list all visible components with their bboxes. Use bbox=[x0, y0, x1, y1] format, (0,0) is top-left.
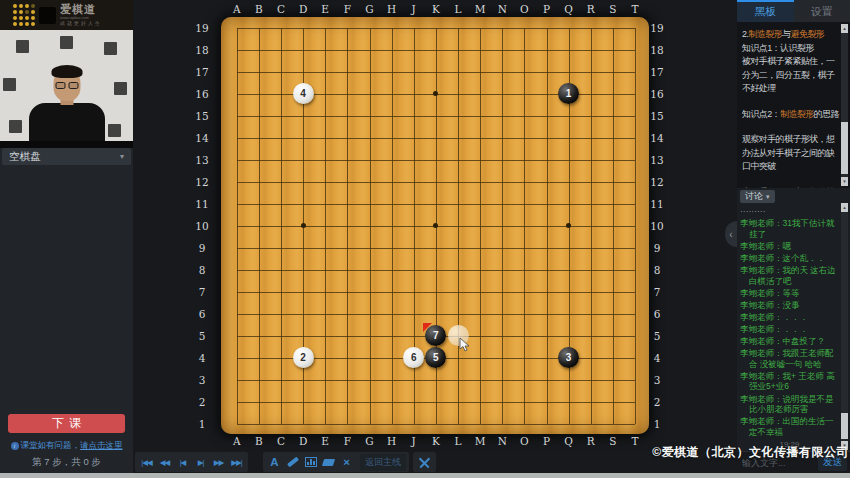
coord-number-right: 8 bbox=[648, 264, 666, 276]
coord-number-right: 6 bbox=[648, 308, 666, 320]
window-bottom-edge bbox=[0, 473, 850, 478]
grid-line bbox=[547, 28, 548, 424]
coord-number-right: 15 bbox=[648, 110, 666, 122]
coord-number-right: 19 bbox=[648, 22, 666, 34]
coord-number-right: 12 bbox=[648, 176, 666, 188]
help-link-prefix: 课堂如有问题， bbox=[21, 440, 81, 450]
chat-message: 李翊老师：我的天 这右边白棋活了吧 bbox=[740, 265, 839, 286]
step-back-button[interactable]: |◀ bbox=[174, 453, 191, 471]
scroll-up-icon[interactable]: ▲ bbox=[841, 24, 848, 33]
chat-message: 李翊老师：．．． bbox=[740, 324, 839, 335]
coord-number-right: 2 bbox=[648, 396, 666, 408]
coord-letter-bottom: D bbox=[294, 435, 312, 447]
coord-letter-top: C bbox=[272, 3, 290, 15]
note-line: 知识点2：制造裂形的思路 bbox=[742, 108, 839, 122]
grid-line bbox=[458, 28, 459, 424]
discussion-dropdown[interactable]: 讨论 ▾ bbox=[740, 190, 775, 203]
coord-letter-bottom: M bbox=[471, 435, 489, 447]
teacher-figure bbox=[29, 103, 105, 141]
right-sidebar: 黑板 设置 2.制造裂形与避免裂形知识点1：认识裂形被对手棋子紧紧贴住，一分为二… bbox=[737, 0, 850, 473]
pen-tool-button[interactable] bbox=[284, 453, 301, 471]
coord-number-left: 17 bbox=[193, 66, 211, 78]
scene-select-dropdown[interactable]: 空棋盘 ▾ bbox=[2, 148, 131, 165]
scroll-up-icon[interactable]: ▲ bbox=[841, 203, 848, 212]
coord-number-left: 18 bbox=[193, 44, 211, 56]
coord-number-left: 3 bbox=[193, 374, 211, 386]
coord-letter-top: N bbox=[493, 3, 511, 15]
end-class-button[interactable]: 下课 bbox=[8, 414, 125, 433]
info-icon: i bbox=[11, 442, 19, 450]
coord-letter-top: G bbox=[361, 3, 379, 15]
eraser-tool-button-icon bbox=[322, 459, 335, 466]
text-tool-button[interactable]: A bbox=[266, 453, 283, 471]
coord-letter-top: S bbox=[604, 3, 622, 15]
chevron-down-icon: ▾ bbox=[766, 193, 770, 201]
left-sidebar: 爱棋道 www.iqidao.com 成就更好人生 空棋盘 ▾ 下 bbox=[0, 0, 133, 473]
delete-tool-button[interactable]: × bbox=[338, 453, 355, 471]
backdrop-pattern bbox=[104, 42, 117, 55]
stone-number: 2 bbox=[300, 352, 306, 363]
chat-message-list: ·········李翊老师：31我下估计就挂了李翊老师：嗯李翊老师：这个乱．．李… bbox=[737, 201, 850, 451]
note-line: 常用手段有：冲、打吃等 bbox=[742, 186, 839, 189]
chat-message: 李翊老师：等等 bbox=[740, 288, 839, 299]
chat-message: 李翊老师：出国的生活一定不幸福 bbox=[740, 416, 839, 437]
grid-line bbox=[237, 380, 635, 381]
backdrop-pattern bbox=[16, 40, 29, 53]
notes-scrollbar[interactable]: ▲ ▼ bbox=[841, 24, 848, 186]
stone-Q16[interactable]: 1 bbox=[558, 83, 579, 104]
note-line: 知识点1：认识裂形 bbox=[742, 42, 839, 56]
coord-number-right: 5 bbox=[648, 330, 666, 342]
coord-number-right: 17 bbox=[648, 66, 666, 78]
stone-number: 7 bbox=[433, 330, 439, 341]
coord-letter-bottom: G bbox=[361, 435, 379, 447]
teacher-hair bbox=[51, 65, 82, 78]
coord-letter-top: E bbox=[316, 3, 334, 15]
fast-forward-button[interactable]: ▶▶ bbox=[210, 453, 227, 471]
note-line: 被对手棋子紧紧贴住，一分为二，四分五裂，棋子不好处理 bbox=[742, 55, 839, 96]
coord-number-left: 14 bbox=[193, 132, 211, 144]
backdrop-pattern bbox=[60, 36, 73, 49]
coord-number-left: 2 bbox=[193, 396, 211, 408]
chart-tool-button[interactable] bbox=[302, 453, 319, 471]
coord-number-right: 10 bbox=[648, 220, 666, 232]
eraser-tool-button[interactable] bbox=[320, 453, 337, 471]
stone-K5[interactable]: 7 bbox=[425, 325, 446, 346]
playback-controls: |◀◀◀◀|◀▶|▶▶▶▶| bbox=[135, 452, 248, 472]
grid-line bbox=[613, 28, 614, 424]
coord-letter-top: J bbox=[405, 3, 423, 15]
coord-number-right: 4 bbox=[648, 352, 666, 364]
star-point bbox=[301, 223, 306, 228]
coord-number-left: 5 bbox=[193, 330, 211, 342]
coord-number-left: 4 bbox=[193, 352, 211, 364]
board-panel: AA1919BB1818CC1717DD1616EE1515FF1414GG13… bbox=[133, 0, 737, 473]
lesson-notes: 2.制造裂形与避免裂形知识点1：认识裂形被对手棋子紧紧贴住，一分为二，四分五裂，… bbox=[737, 22, 850, 188]
coord-letter-bottom: E bbox=[316, 435, 334, 447]
fit-board-button[interactable] bbox=[416, 453, 433, 471]
board-layer: AA1919BB1818CC1717DD1616EE1515FF1414GG13… bbox=[133, 0, 737, 473]
grid-line bbox=[237, 314, 635, 315]
grid-line bbox=[237, 270, 635, 271]
stone-J4[interactable]: 6 bbox=[403, 347, 424, 368]
return-main-line-button[interactable]: 返回主线 bbox=[360, 454, 406, 471]
coord-number-right: 9 bbox=[648, 242, 666, 254]
coord-number-left: 16 bbox=[193, 88, 211, 100]
scroll-down-icon[interactable]: ▼ bbox=[841, 177, 848, 186]
stone-number: 4 bbox=[300, 88, 306, 99]
coord-letter-bottom: F bbox=[338, 435, 356, 447]
fit-board-group bbox=[413, 452, 436, 472]
chat-message: 李翊老师：我跟王老师配合 没被嘘一句 哈哈 bbox=[740, 348, 839, 369]
coord-number-right: 18 bbox=[648, 44, 666, 56]
note-line: 2.制造裂形与避免裂形 bbox=[742, 28, 839, 42]
chat-message: 李翊老师：嗯 bbox=[740, 241, 839, 252]
chat-message: 李翊老师：31我下估计就挂了 bbox=[740, 218, 839, 239]
coord-letter-bottom: B bbox=[250, 435, 268, 447]
brand-tagline: 成就更好人生 bbox=[60, 21, 102, 26]
coord-letter-top: O bbox=[515, 3, 533, 15]
chat-message: 李翊老师：这个乱．． bbox=[740, 253, 839, 264]
coord-letter-bottom: N bbox=[493, 435, 511, 447]
coord-number-left: 11 bbox=[193, 198, 211, 210]
chat-message: 李翊老师：说明我是不是比小朋老师厉害 bbox=[740, 394, 839, 415]
step-forward-button[interactable]: ▶| bbox=[192, 453, 209, 471]
backdrop-pattern bbox=[108, 124, 121, 137]
coord-number-right: 1 bbox=[648, 418, 666, 430]
note-line: 观察对手的棋子形状，想办法从对手棋子之间的缺口中突破 bbox=[742, 133, 839, 174]
coord-letter-bottom: Q bbox=[560, 435, 578, 447]
coord-letter-top: H bbox=[383, 3, 401, 15]
stone-Q4[interactable]: 3 bbox=[558, 347, 579, 368]
coord-letter-top: K bbox=[427, 3, 445, 15]
coord-letter-bottom: C bbox=[272, 435, 290, 447]
grid-line bbox=[237, 292, 635, 293]
classroom-window: 爱棋道 www.iqidao.com 成就更好人生 空棋盘 ▾ 下 bbox=[0, 0, 850, 478]
grid-line bbox=[502, 28, 503, 424]
star-point bbox=[433, 223, 438, 228]
grid-line bbox=[237, 248, 635, 249]
grid-line bbox=[237, 402, 635, 403]
coord-number-right: 13 bbox=[648, 154, 666, 166]
grid-line bbox=[591, 28, 592, 424]
chat-message: 李翊老师：我+ 王老师 高强业5+业6 bbox=[740, 371, 839, 392]
coord-number-left: 6 bbox=[193, 308, 211, 320]
chart-tool-button-icon bbox=[305, 457, 317, 467]
coord-number-left: 9 bbox=[193, 242, 211, 254]
coord-number-left: 19 bbox=[193, 22, 211, 34]
coord-letter-top: Q bbox=[560, 3, 578, 15]
teacher-webcam-video bbox=[0, 30, 133, 141]
coord-letter-bottom: J bbox=[405, 435, 423, 447]
coord-number-right: 16 bbox=[648, 88, 666, 100]
coord-letter-top: F bbox=[338, 3, 356, 15]
logo-square-icon bbox=[39, 7, 56, 24]
stone-number: 6 bbox=[411, 352, 417, 363]
grid-line bbox=[237, 424, 635, 425]
coord-letter-top: L bbox=[449, 3, 467, 15]
go-end-button[interactable]: ▶▶| bbox=[228, 453, 245, 471]
brand-logo: 爱棋道 www.iqidao.com 成就更好人生 bbox=[0, 0, 133, 30]
grid-line bbox=[524, 28, 525, 424]
coord-number-left: 12 bbox=[193, 176, 211, 188]
coord-number-right: 11 bbox=[648, 198, 666, 210]
coord-letter-bottom: A bbox=[228, 435, 246, 447]
coord-letter-top: T bbox=[626, 3, 644, 15]
brand-name: 爱棋道 bbox=[60, 4, 102, 15]
grid-line bbox=[480, 28, 481, 424]
chat-scrollbar[interactable]: ▲ ▼ bbox=[841, 203, 848, 450]
tab-blackboard[interactable]: 黑板 bbox=[737, 0, 794, 22]
chat-message: 李翊老师：没事 bbox=[740, 300, 839, 311]
teacher-head bbox=[53, 68, 80, 101]
coord-number-right: 3 bbox=[648, 374, 666, 386]
pen-tool-button-icon bbox=[287, 457, 299, 468]
discussion-label: 讨论 bbox=[745, 190, 763, 203]
stone-D16[interactable]: 4 bbox=[293, 83, 314, 104]
star-point bbox=[566, 223, 571, 228]
coord-letter-top: B bbox=[250, 3, 268, 15]
mouse-cursor-icon bbox=[459, 337, 471, 353]
move-arrows-icon bbox=[415, 453, 433, 471]
backdrop-pattern bbox=[3, 78, 16, 91]
annotation-tools: A×返回主线 bbox=[263, 452, 409, 472]
help-link[interactable]: i课堂如有问题，请点击这里 bbox=[0, 440, 133, 452]
coord-letter-bottom: L bbox=[449, 435, 467, 447]
glasses-icon bbox=[55, 82, 78, 89]
coord-letter-bottom: R bbox=[582, 435, 600, 447]
chat-message: 李翊老师：中盘投了？ bbox=[740, 336, 839, 347]
stone-D4[interactable]: 2 bbox=[293, 347, 314, 368]
stone-K4[interactable]: 5 bbox=[425, 347, 446, 368]
tab-settings[interactable]: 设置 bbox=[794, 0, 850, 22]
coord-number-right: 7 bbox=[648, 286, 666, 298]
copyright-watermark: ©爱棋道（北京）文化传播有限公司 bbox=[652, 444, 849, 461]
coord-number-left: 13 bbox=[193, 154, 211, 166]
coord-letter-bottom: O bbox=[515, 435, 533, 447]
coord-letter-bottom: K bbox=[427, 435, 445, 447]
logo-dots-icon bbox=[13, 4, 36, 27]
coord-letter-bottom: T bbox=[626, 435, 644, 447]
fast-rewind-button[interactable]: ◀◀ bbox=[156, 453, 173, 471]
chat-message: ········· bbox=[740, 206, 839, 217]
stone-number: 1 bbox=[566, 88, 572, 99]
coord-number-left: 15 bbox=[193, 110, 211, 122]
stone-number: 3 bbox=[566, 352, 572, 363]
coord-number-right: 14 bbox=[648, 132, 666, 144]
sidebar-tabbar: 黑板 设置 bbox=[737, 0, 850, 22]
last-move-marker-icon bbox=[423, 323, 432, 332]
logo-text: 爱棋道 www.iqidao.com 成就更好人生 bbox=[60, 4, 102, 26]
coord-number-left: 7 bbox=[193, 286, 211, 298]
coord-number-left: 8 bbox=[193, 264, 211, 276]
backdrop-pattern bbox=[9, 120, 22, 133]
notes-scroll-thumb[interactable] bbox=[841, 122, 848, 174]
grid-line bbox=[635, 28, 636, 424]
coord-number-left: 1 bbox=[193, 418, 211, 430]
star-point bbox=[433, 91, 438, 96]
go-start-button[interactable]: |◀◀ bbox=[138, 453, 155, 471]
coord-letter-top: P bbox=[538, 3, 556, 15]
coord-letter-bottom: P bbox=[538, 435, 556, 447]
coord-letter-top: A bbox=[228, 3, 246, 15]
chat-message: 李翊老师：．．． bbox=[740, 312, 839, 323]
move-step-status: 第 7 步，共 0 步 bbox=[0, 456, 133, 469]
help-link-action[interactable]: 请点击这里 bbox=[80, 440, 123, 450]
video-bottom-strip bbox=[0, 141, 133, 148]
chevron-down-icon: ▾ bbox=[120, 152, 124, 161]
scene-select-label: 空棋盘 bbox=[9, 150, 41, 164]
coord-letter-bottom: S bbox=[604, 435, 622, 447]
coord-letter-bottom: H bbox=[383, 435, 401, 447]
coord-letter-top: R bbox=[582, 3, 600, 15]
chat-scroll-thumb[interactable] bbox=[841, 413, 848, 439]
coord-letter-top: M bbox=[471, 3, 489, 15]
coord-number-left: 10 bbox=[193, 220, 211, 232]
backdrop-pattern bbox=[114, 82, 127, 95]
coord-letter-top: D bbox=[294, 3, 312, 15]
stone-number: 5 bbox=[433, 352, 439, 363]
